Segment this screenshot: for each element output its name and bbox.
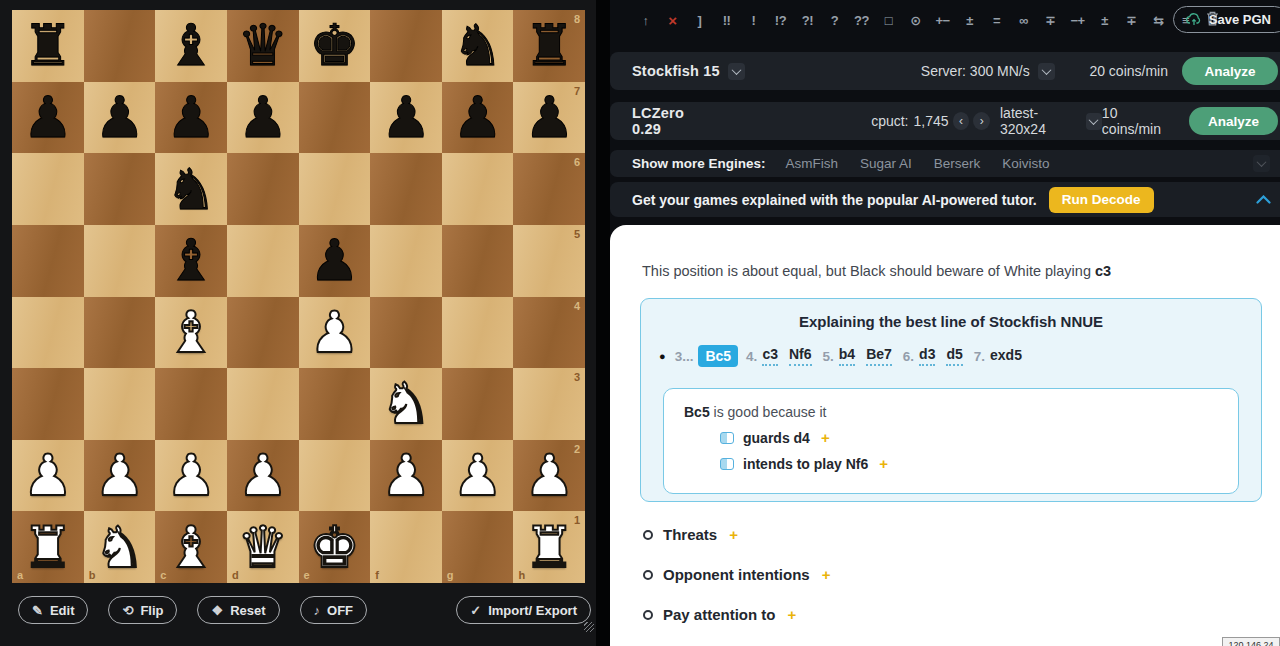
square-d7[interactable]: ♟: [227, 82, 299, 154]
move[interactable]: b4: [839, 346, 855, 366]
more-engines-label: Show more Engines:: [632, 156, 766, 171]
black-pawn-piece[interactable]: ♟: [380, 89, 431, 146]
square-e2[interactable]: [299, 440, 371, 512]
half-square-icon: [720, 432, 734, 444]
square-h7[interactable]: 7♟: [513, 82, 585, 154]
rank-label: 1: [574, 514, 580, 526]
square-b7[interactable]: ♟: [84, 82, 156, 154]
white-winning-icon[interactable]: +−: [929, 13, 956, 28]
decode-banner-text: Get your games explained with the popula…: [632, 192, 1037, 208]
move[interactable]: Be7: [866, 346, 892, 366]
square-h2[interactable]: 2♟: [513, 440, 585, 512]
reset-label: Reset: [230, 603, 265, 618]
square-g5[interactable]: [442, 225, 514, 297]
engine-item[interactable]: Koivisto: [1002, 156, 1049, 171]
black-king-piece[interactable]: ♚: [309, 17, 360, 74]
summary-text: c3: [1095, 263, 1111, 279]
reason-items: guards d4+intends to play Nf6+: [684, 429, 1218, 472]
white-rook-piece[interactable]: ♜: [524, 519, 575, 576]
analysis-panel: ↑×]!!!!??!???□⊙+−±=∞∓−+±∓⇆≡ Save PGN Sto…: [610, 0, 1280, 646]
square-b1[interactable]: b♞: [84, 511, 156, 583]
rank-label: 3: [574, 371, 580, 383]
black-bishop-piece[interactable]: ♝: [166, 232, 217, 289]
section-threats[interactable]: Threats+: [643, 526, 1280, 543]
file-label: e: [304, 569, 310, 581]
file-label: b: [89, 569, 96, 581]
reason-item[interactable]: guards d4+: [720, 429, 1218, 446]
move[interactable]: c3: [762, 346, 778, 366]
move-number: 7.: [974, 349, 985, 364]
black-pawn-piece[interactable]: ♟: [94, 89, 145, 146]
square-c7[interactable]: ♟: [155, 82, 227, 154]
reason-lead: Bc5 is good because it: [684, 404, 1218, 420]
white-pawn-piece[interactable]: ♟: [166, 447, 217, 504]
square-c1[interactable]: c♝: [155, 511, 227, 583]
reason-item[interactable]: intends to play Nf6+: [720, 455, 1218, 472]
mistake-icon[interactable]: ?: [821, 13, 848, 28]
good-move-icon[interactable]: !: [740, 13, 767, 28]
white-bishop-piece[interactable]: ♝: [166, 519, 217, 576]
chevron-down-icon: [1089, 115, 1099, 125]
square-c6[interactable]: ♞: [155, 153, 227, 225]
square-b6[interactable]: [84, 153, 156, 225]
resize-handle[interactable]: [584, 622, 594, 632]
white-queen-piece[interactable]: ♛: [237, 519, 288, 576]
move[interactable]: d5: [946, 346, 962, 366]
chevron-up-icon[interactable]: [1256, 195, 1271, 204]
only-move-icon[interactable]: □: [875, 13, 902, 28]
square-f4[interactable]: [370, 297, 442, 369]
stockfish-cost: 20 coins/min: [1089, 63, 1168, 79]
square-g3[interactable]: [442, 368, 514, 440]
square-d2[interactable]: ♟: [227, 440, 299, 512]
square-e3[interactable]: [299, 368, 371, 440]
square-f6[interactable]: [370, 153, 442, 225]
black-pawn-piece[interactable]: ♟: [452, 89, 503, 146]
square-e4[interactable]: ♟: [299, 297, 371, 369]
square-a1[interactable]: a♜: [12, 511, 84, 583]
file-label: f: [375, 569, 379, 581]
explanation-sheet: This position is about equal, but Black …: [610, 225, 1280, 646]
square-b8[interactable]: [84, 10, 156, 82]
more-engines-dropdown[interactable]: [1253, 155, 1270, 172]
file-label: a: [17, 569, 23, 581]
chevron-down-icon: [1041, 65, 1051, 75]
move[interactable]: d3: [919, 346, 935, 366]
network-label: latest-320x24: [1000, 105, 1078, 137]
reason-item-label: intends to play Nf6: [743, 456, 868, 472]
square-f5[interactable]: [370, 225, 442, 297]
file-label: g: [447, 569, 454, 581]
square-h6[interactable]: 6: [513, 153, 585, 225]
section-label: Pay attention to: [663, 606, 776, 623]
dubious-move-icon[interactable]: ?!: [794, 13, 821, 28]
stockfish-analyze-button[interactable]: Analyze: [1182, 57, 1278, 85]
square-g7[interactable]: ♟: [442, 82, 514, 154]
square-e1[interactable]: e♚: [299, 511, 371, 583]
square-c8[interactable]: ♝: [155, 10, 227, 82]
layers-icon: ❖: [211, 603, 223, 618]
square-g1[interactable]: g: [442, 511, 514, 583]
lczero-engine-row: LCZero 0.29 cpuct: 1,745 ‹ › latest-320x…: [610, 102, 1280, 140]
engine-item[interactable]: AsmFish: [786, 156, 839, 171]
reason-lead-text: is good because it: [710, 404, 827, 420]
square-f8[interactable]: [370, 10, 442, 82]
rank-label: 7: [574, 85, 580, 97]
square-a3[interactable]: [12, 368, 84, 440]
move[interactable]: Nf6: [789, 346, 812, 366]
square-g8[interactable]: ♞: [442, 10, 514, 82]
square-h5[interactable]: 5: [513, 225, 585, 297]
expand-plus-icon[interactable]: +: [879, 455, 888, 472]
square-b2[interactable]: ♟: [84, 440, 156, 512]
square-g6[interactable]: [442, 153, 514, 225]
red-x-icon[interactable]: ×: [659, 12, 686, 29]
square-d3[interactable]: [227, 368, 299, 440]
white-pawn-piece[interactable]: ♟: [309, 304, 360, 361]
white-pawn-piece[interactable]: ♟: [237, 447, 288, 504]
square-c2[interactable]: ♟: [155, 440, 227, 512]
move-list: ●3...Bc54.c3Nf65.b4Be76.d3d57.exd5: [659, 345, 1261, 367]
file-label: d: [232, 569, 239, 581]
expand-plus-icon[interactable]: +: [821, 429, 830, 446]
square-a5[interactable]: [12, 225, 84, 297]
black-pawn-piece[interactable]: ♟: [237, 89, 288, 146]
section-opponent-intentions[interactable]: Opponent intentions+: [643, 566, 1280, 583]
black-pawn-piece[interactable]: ♟: [309, 232, 360, 289]
black-pawn-piece[interactable]: ♟: [524, 89, 575, 146]
best-line-title: Explaining the best line of Stockfish NN…: [641, 313, 1261, 330]
square-a4[interactable]: [12, 297, 84, 369]
square-h3[interactable]: 3: [513, 368, 585, 440]
half-square-icon: [720, 458, 734, 470]
import-export-label: Import/ Export: [488, 603, 577, 618]
reason-item-label: guards d4: [743, 430, 810, 446]
file-label: c: [160, 569, 166, 581]
black-better-icon[interactable]: ∓: [1118, 13, 1145, 28]
white-better-icon[interactable]: ±: [956, 13, 983, 28]
white-pawn-piece[interactable]: ♟: [22, 447, 73, 504]
black-pawn-piece[interactable]: ♟: [22, 89, 73, 146]
black-rook-piece[interactable]: ♜: [524, 17, 575, 74]
square-d8[interactable]: ♛: [227, 10, 299, 82]
file-label: h: [518, 569, 525, 581]
white-pawn-piece[interactable]: ♟: [524, 447, 575, 504]
expand-plus-icon[interactable]: +: [729, 526, 738, 543]
square-a7[interactable]: ♟: [12, 82, 84, 154]
stockfish-engine-row: Stockfish 15 Server: 300 MN/s 20 coins/m…: [610, 52, 1280, 90]
square-f3[interactable]: ♞: [370, 368, 442, 440]
square-b4[interactable]: [84, 297, 156, 369]
reset-button[interactable]: ❖ Reset: [197, 596, 279, 624]
section-pay-attention-to[interactable]: Pay attention to+: [643, 606, 1280, 623]
brilliant-move-icon[interactable]: !!: [713, 13, 740, 28]
white-rook-piece[interactable]: ♜: [22, 519, 73, 576]
annotation-toolbar: ↑×]!!!!??!???□⊙+−±=∞∓−+±∓⇆≡ Save PGN: [610, 0, 1280, 40]
square-h4[interactable]: 4: [513, 297, 585, 369]
square-f1[interactable]: f: [370, 511, 442, 583]
pane-divider: [596, 0, 610, 646]
square-g4[interactable]: [442, 297, 514, 369]
cpuct-value: 1,745: [914, 113, 949, 129]
section-label: Threats: [663, 526, 717, 543]
flip-icon: ⟲: [122, 603, 133, 618]
square-e8[interactable]: ♚: [299, 10, 371, 82]
white-knight-piece[interactable]: ♞: [94, 519, 145, 576]
server-dropdown[interactable]: [1038, 63, 1055, 80]
bracket-icon[interactable]: ]: [686, 13, 713, 28]
white-king-piece[interactable]: ♚: [309, 519, 360, 576]
cpuct-label: cpuct:: [871, 113, 908, 129]
move-number: 5.: [823, 349, 834, 364]
position-summary: This position is about equal, but Black …: [642, 263, 1280, 279]
square-b3[interactable]: [84, 368, 156, 440]
more-engines-row: Show more Engines: AsmFishSugar AIBerser…: [610, 150, 1280, 177]
section-label: Opponent intentions: [663, 566, 810, 583]
arrow-up-icon[interactable]: ↑: [632, 13, 659, 28]
chess-board[interactable]: ♜♝♛♚♞8♜♟♟♟♟♟♟7♟♞6♝♟5♝♟4♞3♟♟♟♟♟♟2♟a♜b♞c♝d…: [12, 10, 585, 583]
move-number: 6.: [903, 349, 914, 364]
square-h1[interactable]: 1h♜: [513, 511, 585, 583]
black-bishop-piece[interactable]: ♝: [166, 17, 217, 74]
network-dropdown[interactable]: [1086, 113, 1102, 130]
circle-bullet-icon: [643, 570, 653, 580]
white-slightly-better-icon[interactable]: ±: [1091, 13, 1118, 28]
expand-plus-icon[interactable]: +: [788, 606, 797, 623]
engine-item[interactable]: Sugar AI: [860, 156, 912, 171]
engine-item[interactable]: Berserk: [934, 156, 981, 171]
edit-label: Edit: [50, 603, 75, 618]
save-pgn-label: Save PGN: [1209, 12, 1271, 27]
chevron-down-icon: [1257, 157, 1267, 167]
sound-toggle-button[interactable]: ♪ OFF: [300, 596, 368, 624]
pencil-icon: ✎: [32, 603, 43, 618]
square-d6[interactable]: [227, 153, 299, 225]
decode-banner: Get your games explained with the popula…: [610, 182, 1280, 217]
square-g2[interactable]: ♟: [442, 440, 514, 512]
square-c4[interactable]: ♝: [155, 297, 227, 369]
sound-label: OFF: [327, 603, 353, 618]
circle-bullet-icon: [643, 610, 653, 620]
white-pawn-piece[interactable]: ♟: [94, 447, 145, 504]
selected-move-chip[interactable]: Bc5: [698, 345, 738, 367]
expand-plus-icon[interactable]: +: [822, 566, 831, 583]
flip-button[interactable]: ⟲ Flip: [108, 596, 177, 624]
white-bishop-piece[interactable]: ♝: [166, 304, 217, 361]
zugzwang-icon[interactable]: ⊙: [902, 13, 929, 28]
square-c3[interactable]: [155, 368, 227, 440]
reason-move: Bc5: [684, 404, 710, 420]
square-a2[interactable]: ♟: [12, 440, 84, 512]
stockfish-dropdown[interactable]: [728, 63, 745, 80]
interesting-move-icon[interactable]: !?: [767, 13, 794, 28]
board-controls: ✎ Edit ⟲ Flip ❖ Reset ♪ OFF ✓ Import/ Ex…: [0, 592, 596, 628]
rgb-readout: 120 146 24: [1222, 637, 1280, 646]
flip-label: Flip: [140, 603, 163, 618]
cpuct-increase-button[interactable]: ›: [973, 112, 990, 130]
black-rook-piece[interactable]: ♜: [22, 17, 73, 74]
black-queen-piece[interactable]: ♛: [237, 17, 288, 74]
square-f2[interactable]: ♟: [370, 440, 442, 512]
square-e7[interactable]: [299, 82, 371, 154]
run-decode-button[interactable]: Run Decode: [1049, 187, 1154, 213]
board-pane: ♜♝♛♚♞8♜♟♟♟♟♟♟7♟♞6♝♟5♝♟4♞3♟♟♟♟♟♟2♟a♜b♞c♝d…: [0, 0, 596, 646]
lczero-analyze-button[interactable]: Analyze: [1189, 107, 1278, 135]
black-winning-icon[interactable]: −+: [1064, 13, 1091, 28]
stockfish-name: Stockfish 15: [632, 63, 720, 79]
square-a6[interactable]: [12, 153, 84, 225]
bullet-icon: ●: [659, 350, 666, 362]
engine-list: AsmFishSugar AIBerserkKoivisto: [786, 156, 1072, 171]
best-line-box: Explaining the best line of Stockfish NN…: [640, 298, 1262, 502]
rank-label: 5: [574, 228, 580, 240]
edit-button[interactable]: ✎ Edit: [18, 596, 88, 624]
square-b5[interactable]: [84, 225, 156, 297]
black-knight-piece[interactable]: ♞: [452, 17, 503, 74]
square-h8[interactable]: 8♜: [513, 10, 585, 82]
cpuct-decrease-button[interactable]: ‹: [953, 112, 970, 130]
music-note-icon: ♪: [314, 603, 321, 618]
black-slightly-better-icon[interactable]: ∓: [1037, 13, 1064, 28]
white-knight-piece[interactable]: ♞: [380, 375, 431, 432]
unclear-icon[interactable]: ∞: [1010, 13, 1037, 28]
equal-icon[interactable]: =: [983, 13, 1010, 28]
counterplay-icon[interactable]: ⇆: [1145, 13, 1172, 28]
cloud-upload-icon: [1186, 13, 1202, 26]
blunder-icon[interactable]: ??: [848, 13, 875, 28]
save-pgn-button[interactable]: Save PGN: [1173, 6, 1280, 33]
square-f7[interactable]: ♟: [370, 82, 442, 154]
square-a8[interactable]: ♜: [12, 10, 84, 82]
rank-label: 8: [574, 13, 580, 25]
square-e6[interactable]: [299, 153, 371, 225]
black-knight-piece[interactable]: ♞: [166, 161, 217, 218]
square-d5[interactable]: [227, 225, 299, 297]
white-pawn-piece[interactable]: ♟: [452, 447, 503, 504]
move-reason-box: Bc5 is good because it guards d4+intends…: [663, 388, 1239, 494]
black-pawn-piece[interactable]: ♟: [166, 89, 217, 146]
move-number: 3...: [675, 349, 694, 364]
square-e5[interactable]: ♟: [299, 225, 371, 297]
server-speed-label: Server: 300 MN/s: [921, 63, 1030, 79]
white-pawn-piece[interactable]: ♟: [380, 447, 431, 504]
lczero-cost: 10 coins/min: [1102, 105, 1175, 137]
lczero-name: LCZero 0.29: [632, 105, 711, 137]
square-d1[interactable]: d♛: [227, 511, 299, 583]
square-c5[interactable]: ♝: [155, 225, 227, 297]
rank-label: 2: [574, 443, 580, 455]
square-d4[interactable]: [227, 297, 299, 369]
move-number: 4.: [746, 349, 757, 364]
chevron-down-icon: [731, 65, 741, 75]
move[interactable]: exd5: [990, 347, 1022, 365]
import-export-button[interactable]: ✓ Import/ Export: [456, 596, 591, 624]
check-icon: ✓: [470, 603, 481, 618]
rank-label: 6: [574, 156, 580, 168]
analysis-sections: Threats+Opponent intentions+Pay attentio…: [643, 526, 1280, 623]
summary-text: This position is about equal, but Black …: [642, 263, 1095, 279]
circle-bullet-icon: [643, 530, 653, 540]
rank-label: 4: [574, 300, 580, 312]
